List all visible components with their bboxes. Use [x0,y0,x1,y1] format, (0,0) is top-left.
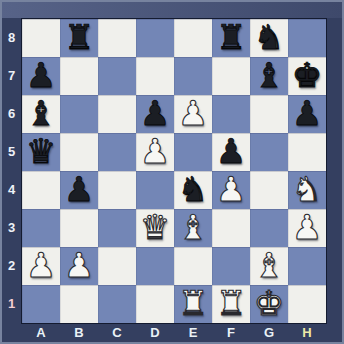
square-a3[interactable] [22,209,60,247]
square-b8[interactable]: ♜ [60,19,98,57]
square-d1[interactable] [136,285,174,323]
square-a8[interactable] [22,19,60,57]
piece-black-rook[interactable]: ♜ [64,18,94,56]
piece-white-king[interactable]: ♚ [254,284,284,322]
square-f8[interactable]: ♜ [212,19,250,57]
square-d4[interactable] [136,171,174,209]
square-f3[interactable] [212,209,250,247]
square-c7[interactable] [98,57,136,95]
square-c8[interactable] [98,19,136,57]
square-b4[interactable]: ♟ [60,171,98,209]
square-c1[interactable] [98,285,136,323]
square-h5[interactable] [288,133,326,171]
rank-label-8: 8 [2,19,21,57]
square-a2[interactable]: ♟ [22,247,60,285]
piece-black-pawn[interactable]: ♟ [140,94,170,132]
rank-label-1: 1 [2,285,21,323]
file-label-e: E [174,325,212,342]
piece-black-knight[interactable]: ♞ [254,18,284,56]
square-e8[interactable] [174,19,212,57]
piece-black-knight[interactable]: ♞ [178,170,208,208]
file-labels: ABCDEFGH [22,325,326,342]
square-d5[interactable]: ♟ [136,133,174,171]
square-b5[interactable] [60,133,98,171]
square-h2[interactable] [288,247,326,285]
piece-white-pawn[interactable]: ♟ [216,170,246,208]
square-c6[interactable] [98,95,136,133]
square-c5[interactable] [98,133,136,171]
square-f4[interactable]: ♟ [212,171,250,209]
square-e1[interactable]: ♜ [174,285,212,323]
frame-top-band [2,2,342,18]
file-label-b: B [60,325,98,342]
square-b1[interactable] [60,285,98,323]
square-c4[interactable] [98,171,136,209]
piece-black-king[interactable]: ♚ [292,56,322,94]
piece-black-pawn[interactable]: ♟ [26,56,56,94]
square-b7[interactable] [60,57,98,95]
square-e4[interactable]: ♞ [174,171,212,209]
square-d3[interactable]: ♛ [136,209,174,247]
chess-board-frame: 87654321 ♜♜♞♟♝♚♝♟♟♟♛♟♟♟♞♟♞♛♝♟♟♟♝♜♜♚ ABCD… [0,0,344,344]
piece-white-knight[interactable]: ♞ [292,170,322,208]
piece-black-rook[interactable]: ♜ [216,18,246,56]
piece-black-queen[interactable]: ♛ [26,132,56,170]
piece-white-queen[interactable]: ♛ [140,208,170,246]
piece-black-pawn[interactable]: ♟ [292,94,322,132]
piece-white-pawn[interactable]: ♟ [178,94,208,132]
square-h3[interactable]: ♟ [288,209,326,247]
piece-white-bishop[interactable]: ♝ [254,246,284,284]
square-g8[interactable]: ♞ [250,19,288,57]
square-f1[interactable]: ♜ [212,285,250,323]
file-label-c: C [98,325,136,342]
square-e2[interactable] [174,247,212,285]
piece-white-bishop[interactable]: ♝ [178,208,208,246]
square-a4[interactable] [22,171,60,209]
square-g1[interactable]: ♚ [250,285,288,323]
square-g4[interactable] [250,171,288,209]
square-c3[interactable] [98,209,136,247]
file-label-h: H [288,325,326,342]
piece-black-pawn[interactable]: ♟ [64,170,94,208]
chess-board[interactable]: ♜♜♞♟♝♚♝♟♟♟♛♟♟♟♞♟♞♛♝♟♟♟♝♜♜♚ [21,18,327,324]
piece-white-pawn[interactable]: ♟ [64,246,94,284]
square-a5[interactable]: ♛ [22,133,60,171]
square-d6[interactable]: ♟ [136,95,174,133]
piece-white-pawn[interactable]: ♟ [292,208,322,246]
piece-white-pawn[interactable]: ♟ [26,246,56,284]
square-g2[interactable]: ♝ [250,247,288,285]
piece-white-pawn[interactable]: ♟ [140,132,170,170]
rank-label-7: 7 [2,57,21,95]
file-label-d: D [136,325,174,342]
square-g5[interactable] [250,133,288,171]
square-a1[interactable] [22,285,60,323]
square-e7[interactable] [174,57,212,95]
rank-labels: 87654321 [2,19,21,323]
piece-black-bishop[interactable]: ♝ [26,94,56,132]
piece-black-pawn[interactable]: ♟ [216,132,246,170]
square-f2[interactable] [212,247,250,285]
square-c2[interactable] [98,247,136,285]
square-e5[interactable] [174,133,212,171]
piece-black-bishop[interactable]: ♝ [254,56,284,94]
rank-label-3: 3 [2,209,21,247]
file-label-f: F [212,325,250,342]
square-e3[interactable]: ♝ [174,209,212,247]
square-h7[interactable]: ♚ [288,57,326,95]
square-f7[interactable] [212,57,250,95]
square-b3[interactable] [60,209,98,247]
file-label-a: A [22,325,60,342]
square-h6[interactable]: ♟ [288,95,326,133]
square-b2[interactable]: ♟ [60,247,98,285]
square-g7[interactable]: ♝ [250,57,288,95]
square-f5[interactable]: ♟ [212,133,250,171]
square-g6[interactable] [250,95,288,133]
square-h8[interactable] [288,19,326,57]
rank-label-5: 5 [2,133,21,171]
rank-label-2: 2 [2,247,21,285]
rank-label-6: 6 [2,95,21,133]
square-b6[interactable] [60,95,98,133]
square-d2[interactable] [136,247,174,285]
square-g3[interactable] [250,209,288,247]
rank-label-4: 4 [2,171,21,209]
square-e6[interactable]: ♟ [174,95,212,133]
square-d8[interactable] [136,19,174,57]
piece-white-rook[interactable]: ♜ [216,284,246,322]
piece-white-rook[interactable]: ♜ [178,284,208,322]
square-h1[interactable] [288,285,326,323]
square-f6[interactable] [212,95,250,133]
square-a7[interactable]: ♟ [22,57,60,95]
square-a6[interactable]: ♝ [22,95,60,133]
square-h4[interactable]: ♞ [288,171,326,209]
file-label-g: G [250,325,288,342]
square-d7[interactable] [136,57,174,95]
